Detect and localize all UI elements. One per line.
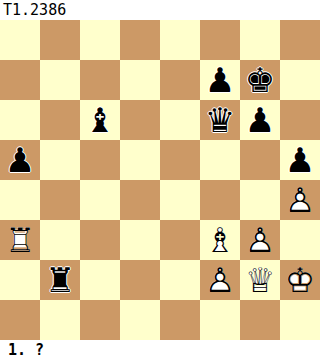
- white-bishop-outline: ♗: [200, 220, 240, 260]
- piece-black-bishop: ♝: [80, 100, 120, 140]
- square-c1[interactable]: [80, 300, 120, 340]
- square-b3[interactable]: [40, 220, 80, 260]
- square-c6[interactable]: ♝: [80, 100, 120, 140]
- square-f5[interactable]: [200, 140, 240, 180]
- square-b4[interactable]: [40, 180, 80, 220]
- square-e8[interactable]: [160, 20, 200, 60]
- square-h3[interactable]: [280, 220, 320, 260]
- square-h4[interactable]: ♟♙: [280, 180, 320, 220]
- white-king-outline: ♔: [280, 260, 320, 300]
- square-f2[interactable]: ♟♙: [200, 260, 240, 300]
- square-c2[interactable]: [80, 260, 120, 300]
- move-prompt: 1. ?: [0, 340, 320, 360]
- square-b2[interactable]: ♜: [40, 260, 80, 300]
- square-g6[interactable]: ♟: [240, 100, 280, 140]
- square-g8[interactable]: [240, 20, 280, 60]
- square-h8[interactable]: [280, 20, 320, 60]
- square-d6[interactable]: [120, 100, 160, 140]
- white-pawn-outline: ♙: [280, 180, 320, 220]
- square-g3[interactable]: ♟♙: [240, 220, 280, 260]
- square-c4[interactable]: [80, 180, 120, 220]
- white-rook-outline: ♖: [0, 220, 40, 260]
- square-g2[interactable]: ♛♕: [240, 260, 280, 300]
- square-e4[interactable]: [160, 180, 200, 220]
- piece-white-pawn: ♟♙: [200, 260, 240, 300]
- black-bishop-glyph: ♝: [80, 100, 120, 140]
- piece-black-queen: ♛: [200, 100, 240, 140]
- white-pawn-outline: ♙: [240, 220, 280, 260]
- white-pawn-outline: ♙: [200, 260, 240, 300]
- puzzle-id: T1.2386: [0, 0, 320, 20]
- square-e6[interactable]: [160, 100, 200, 140]
- piece-white-bishop: ♝♗: [200, 220, 240, 260]
- black-pawn-glyph: ♟: [240, 100, 280, 140]
- square-g7[interactable]: ♚: [240, 60, 280, 100]
- square-e5[interactable]: [160, 140, 200, 180]
- black-rook-glyph: ♜: [40, 260, 80, 300]
- square-a3[interactable]: ♜♖: [0, 220, 40, 260]
- square-d4[interactable]: [120, 180, 160, 220]
- square-d1[interactable]: [120, 300, 160, 340]
- piece-white-king: ♚♔: [280, 260, 320, 300]
- black-queen-glyph: ♛: [200, 100, 240, 140]
- black-pawn-glyph: ♟: [0, 140, 40, 180]
- square-d7[interactable]: [120, 60, 160, 100]
- square-a6[interactable]: [0, 100, 40, 140]
- square-g4[interactable]: [240, 180, 280, 220]
- square-h2[interactable]: ♚♔: [280, 260, 320, 300]
- square-c7[interactable]: [80, 60, 120, 100]
- square-b5[interactable]: [40, 140, 80, 180]
- square-a7[interactable]: [0, 60, 40, 100]
- square-d2[interactable]: [120, 260, 160, 300]
- square-g1[interactable]: [240, 300, 280, 340]
- piece-black-king: ♚: [240, 60, 280, 100]
- piece-white-rook: ♜♖: [0, 220, 40, 260]
- piece-black-pawn: ♟: [280, 140, 320, 180]
- square-a1[interactable]: [0, 300, 40, 340]
- square-h1[interactable]: [280, 300, 320, 340]
- square-d8[interactable]: [120, 20, 160, 60]
- square-a2[interactable]: [0, 260, 40, 300]
- black-pawn-glyph: ♟: [200, 60, 240, 100]
- square-c3[interactable]: [80, 220, 120, 260]
- piece-white-pawn: ♟♙: [280, 180, 320, 220]
- square-d3[interactable]: [120, 220, 160, 260]
- square-b1[interactable]: [40, 300, 80, 340]
- black-king-glyph: ♚: [240, 60, 280, 100]
- square-h7[interactable]: [280, 60, 320, 100]
- white-queen-outline: ♕: [240, 260, 280, 300]
- piece-white-pawn: ♟♙: [240, 220, 280, 260]
- square-b7[interactable]: [40, 60, 80, 100]
- piece-black-pawn: ♟: [200, 60, 240, 100]
- piece-black-pawn: ♟: [240, 100, 280, 140]
- square-f1[interactable]: [200, 300, 240, 340]
- square-a8[interactable]: [0, 20, 40, 60]
- square-b8[interactable]: [40, 20, 80, 60]
- square-e2[interactable]: [160, 260, 200, 300]
- square-a4[interactable]: [0, 180, 40, 220]
- square-f7[interactable]: ♟: [200, 60, 240, 100]
- square-f6[interactable]: ♛: [200, 100, 240, 140]
- square-c5[interactable]: [80, 140, 120, 180]
- piece-black-rook: ♜: [40, 260, 80, 300]
- square-e1[interactable]: [160, 300, 200, 340]
- black-pawn-glyph: ♟: [280, 140, 320, 180]
- square-e7[interactable]: [160, 60, 200, 100]
- chess-board: ♟♚♝♛♟♟♟♟♙♜♖♝♗♟♙♜♟♙♛♕♚♔: [0, 20, 320, 340]
- square-c8[interactable]: [80, 20, 120, 60]
- square-f4[interactable]: [200, 180, 240, 220]
- square-e3[interactable]: [160, 220, 200, 260]
- square-b6[interactable]: [40, 100, 80, 140]
- piece-black-pawn: ♟: [0, 140, 40, 180]
- square-a5[interactable]: ♟: [0, 140, 40, 180]
- piece-white-queen: ♛♕: [240, 260, 280, 300]
- square-h6[interactable]: [280, 100, 320, 140]
- square-f8[interactable]: [200, 20, 240, 60]
- square-d5[interactable]: [120, 140, 160, 180]
- square-h5[interactable]: ♟: [280, 140, 320, 180]
- square-f3[interactable]: ♝♗: [200, 220, 240, 260]
- square-g5[interactable]: [240, 140, 280, 180]
